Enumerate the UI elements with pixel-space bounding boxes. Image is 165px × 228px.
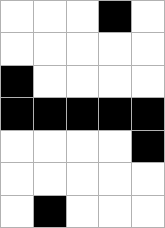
grid-cell-r7c3-empty[interactable] [67, 196, 99, 227]
grid-cell-r1c1-empty[interactable] [1, 1, 33, 32]
grid-cell-r7c5-empty[interactable] [132, 196, 164, 227]
grid-cell-r1c5-empty[interactable] [132, 1, 164, 32]
grid-cell-r2c1-empty[interactable] [1, 33, 33, 64]
grid-cell-r3c5-empty[interactable] [132, 66, 164, 97]
grid-cell-r2c4-empty[interactable] [99, 33, 131, 64]
grid-cell-r5c2-empty[interactable] [34, 131, 66, 162]
grid-cell-r6c2-empty[interactable] [34, 163, 66, 194]
grid-cell-r4c1-filled[interactable] [1, 98, 33, 129]
grid-cell-r3c3-empty[interactable] [67, 66, 99, 97]
grid-cell-r2c2-empty[interactable] [34, 33, 66, 64]
grid-cell-r6c4-empty[interactable] [99, 163, 131, 194]
grid-cell-r4c5-filled[interactable] [132, 98, 164, 129]
grid-cell-r4c3-filled[interactable] [67, 98, 99, 129]
grid-cell-r4c4-filled[interactable] [99, 98, 131, 129]
grid-cell-r5c3-empty[interactable] [67, 131, 99, 162]
puzzle-board [0, 0, 165, 228]
grid-cell-r1c3-empty[interactable] [67, 1, 99, 32]
grid-cell-r6c5-empty[interactable] [132, 163, 164, 194]
grid-cell-r3c4-empty[interactable] [99, 66, 131, 97]
grid-cell-r5c4-empty[interactable] [99, 131, 131, 162]
grid-cell-r2c5-empty[interactable] [132, 33, 164, 64]
grid-cell-r4c2-filled[interactable] [34, 98, 66, 129]
grid-cell-r1c4-filled[interactable] [99, 1, 131, 32]
grid-cell-r2c3-empty[interactable] [67, 33, 99, 64]
grid-cell-r5c5-filled[interactable] [132, 131, 164, 162]
grid-cell-r7c1-empty[interactable] [1, 196, 33, 227]
grid-cell-r6c3-empty[interactable] [67, 163, 99, 194]
grid-cell-r6c1-empty[interactable] [1, 163, 33, 194]
grid-cell-r1c2-empty[interactable] [34, 1, 66, 32]
grid-cell-r7c4-empty[interactable] [99, 196, 131, 227]
grid-cell-r7c2-filled[interactable] [34, 196, 66, 227]
grid-cell-r5c1-empty[interactable] [1, 131, 33, 162]
grid-cell-r3c2-empty[interactable] [34, 66, 66, 97]
grid-cell-r3c1-filled[interactable] [1, 66, 33, 97]
